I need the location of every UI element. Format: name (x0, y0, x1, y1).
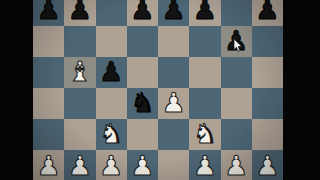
letterbox-bar-right (283, 0, 320, 180)
white-pawn[interactable]: ♟ (130, 150, 154, 180)
square-h6[interactable] (252, 26, 283, 57)
square-c7[interactable] (96, 0, 127, 26)
square-b7[interactable]: ♟ (64, 0, 95, 26)
black-pawn[interactable]: ♟ (193, 0, 217, 25)
square-e4[interactable]: ♟ (158, 88, 189, 119)
square-a6[interactable] (33, 26, 64, 57)
black-pawn[interactable]: ♟ (99, 56, 123, 87)
square-f2[interactable]: ♟ (189, 150, 220, 180)
square-e7[interactable]: ♟ (158, 0, 189, 26)
square-e2[interactable] (158, 150, 189, 180)
square-d3[interactable] (127, 119, 158, 150)
letterbox-bar-left (0, 0, 33, 180)
black-knight[interactable]: ♞ (130, 87, 154, 118)
white-pawn[interactable]: ♟ (68, 150, 92, 180)
square-c5[interactable]: ♟ (96, 57, 127, 88)
square-d4[interactable]: ♞ (127, 88, 158, 119)
square-h7[interactable]: ♟ (252, 0, 283, 26)
black-pawn[interactable]: ♟ (68, 0, 92, 25)
square-e6[interactable] (158, 26, 189, 57)
square-g7[interactable] (221, 0, 252, 26)
square-b3[interactable] (64, 119, 95, 150)
black-pawn[interactable]: ♟ (130, 0, 154, 25)
square-b2[interactable]: ♟ (64, 150, 95, 180)
square-f5[interactable] (189, 57, 220, 88)
square-h2[interactable]: ♟ (252, 150, 283, 180)
video-frame: ♜♝♛♚♝♞♜♟♟♟♟♟♟♟♝♟♞♟♞♞♟♟♟♟♟♟♟♜♝♛♚♜ (0, 0, 320, 180)
square-b6[interactable] (64, 26, 95, 57)
square-h5[interactable] (252, 57, 283, 88)
white-pawn[interactable]: ♟ (224, 150, 248, 180)
square-a2[interactable]: ♟ (33, 150, 64, 180)
white-knight[interactable]: ♞ (99, 118, 123, 149)
white-pawn[interactable]: ♟ (37, 150, 61, 180)
square-e5[interactable] (158, 57, 189, 88)
square-g4[interactable] (221, 88, 252, 119)
square-c2[interactable]: ♟ (96, 150, 127, 180)
square-d6[interactable] (127, 26, 158, 57)
square-c3[interactable]: ♞ (96, 119, 127, 150)
square-g2[interactable]: ♟ (221, 150, 252, 180)
square-e3[interactable] (158, 119, 189, 150)
black-pawn[interactable]: ♟ (255, 0, 279, 25)
chess-board[interactable]: ♜♝♛♚♝♞♜♟♟♟♟♟♟♟♝♟♞♟♞♞♟♟♟♟♟♟♟♜♝♛♚♜ (33, 0, 283, 180)
white-pawn[interactable]: ♟ (193, 150, 217, 180)
square-f6[interactable] (189, 26, 220, 57)
square-f4[interactable] (189, 88, 220, 119)
square-c4[interactable] (96, 88, 127, 119)
square-a5[interactable] (33, 57, 64, 88)
mouse-cursor-icon (233, 39, 243, 53)
square-a7[interactable]: ♟ (33, 0, 64, 26)
square-d5[interactable] (127, 57, 158, 88)
square-d2[interactable]: ♟ (127, 150, 158, 180)
square-f3[interactable]: ♞ (189, 119, 220, 150)
square-d7[interactable]: ♟ (127, 0, 158, 26)
square-h3[interactable] (252, 119, 283, 150)
black-pawn[interactable]: ♟ (162, 0, 186, 25)
white-pawn[interactable]: ♟ (255, 150, 279, 180)
black-pawn[interactable]: ♟ (37, 0, 61, 25)
white-bishop[interactable]: ♝ (68, 56, 92, 87)
square-a3[interactable] (33, 119, 64, 150)
white-knight[interactable]: ♞ (193, 118, 217, 149)
square-b4[interactable] (64, 88, 95, 119)
square-g5[interactable] (221, 57, 252, 88)
white-pawn[interactable]: ♟ (99, 150, 123, 180)
white-pawn[interactable]: ♟ (162, 87, 186, 118)
square-f7[interactable]: ♟ (189, 0, 220, 26)
square-h4[interactable] (252, 88, 283, 119)
square-g3[interactable] (221, 119, 252, 150)
square-a4[interactable] (33, 88, 64, 119)
square-c6[interactable] (96, 26, 127, 57)
square-b5[interactable]: ♝ (64, 57, 95, 88)
